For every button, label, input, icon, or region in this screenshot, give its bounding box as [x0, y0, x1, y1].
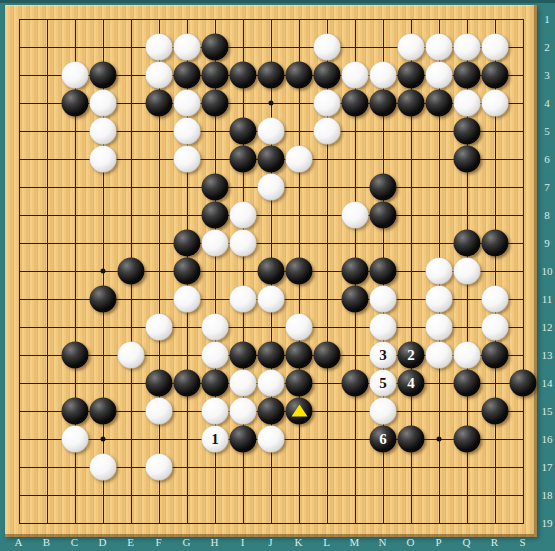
- col-label-R: R: [491, 536, 498, 548]
- stone-black-I16: [230, 426, 257, 453]
- stone-white-R4: [482, 90, 509, 117]
- stone-black-H2: [202, 34, 229, 61]
- stone-black-O3: [398, 62, 425, 89]
- stone-black-H7: [202, 174, 229, 201]
- move-number-5: 5: [370, 370, 397, 397]
- col-label-D: D: [99, 536, 107, 548]
- stone-black-D3: [90, 62, 117, 89]
- stone-white-I8: [230, 202, 257, 229]
- col-label-E: E: [127, 536, 134, 548]
- stone-black-R15: [482, 398, 509, 425]
- row-label-1: 1: [539, 13, 555, 25]
- stone-white-G11: [174, 286, 201, 313]
- stone-black-F4: [146, 90, 173, 117]
- move-number-2: 2: [398, 342, 425, 369]
- stone-black-C13: [62, 342, 89, 369]
- stone-white-C16: [62, 426, 89, 453]
- stone-white-R11: [482, 286, 509, 313]
- stone-white-I9: [230, 230, 257, 257]
- stone-white-Q2: [454, 34, 481, 61]
- row-label-8: 8: [539, 209, 555, 221]
- stone-black-G14: [174, 370, 201, 397]
- stone-black-K14: [286, 370, 313, 397]
- stone-black-D15: [90, 398, 117, 425]
- star-point-D10: [101, 269, 106, 274]
- stone-white-M3: [342, 62, 369, 89]
- stone-black-I6: [230, 146, 257, 173]
- stone-black-K13: [286, 342, 313, 369]
- move-number-6: 6: [370, 426, 397, 453]
- stone-white-G4: [174, 90, 201, 117]
- col-label-L: L: [323, 536, 330, 548]
- stone-black-M4: [342, 90, 369, 117]
- triangle-marker: [291, 404, 307, 416]
- move-number-3: 3: [370, 342, 397, 369]
- stone-black-N8: [370, 202, 397, 229]
- col-label-P: P: [435, 536, 441, 548]
- stone-white-N3: [370, 62, 397, 89]
- stone-black-M11: [342, 286, 369, 313]
- stone-black-R3: [482, 62, 509, 89]
- col-label-Q: Q: [463, 536, 471, 548]
- col-label-K: K: [295, 536, 303, 548]
- row-label-14: 14: [539, 377, 555, 389]
- stone-white-C3: [62, 62, 89, 89]
- row-label-3: 3: [539, 69, 555, 81]
- stone-white-M8: [342, 202, 369, 229]
- stone-white-J14: [258, 370, 285, 397]
- stone-black-N10: [370, 258, 397, 285]
- col-label-O: O: [407, 536, 415, 548]
- col-label-A: A: [15, 536, 23, 548]
- stone-white-H16: 1: [202, 426, 229, 453]
- stone-white-K12: [286, 314, 313, 341]
- stone-white-G6: [174, 146, 201, 173]
- stone-white-I14: [230, 370, 257, 397]
- stone-white-I15: [230, 398, 257, 425]
- stone-white-N11: [370, 286, 397, 313]
- stone-white-L5: [314, 118, 341, 145]
- stone-black-J10: [258, 258, 285, 285]
- stone-black-R9: [482, 230, 509, 257]
- stone-black-I13: [230, 342, 257, 369]
- col-label-S: S: [519, 536, 525, 548]
- stone-black-R13: [482, 342, 509, 369]
- stone-black-D11: [90, 286, 117, 313]
- row-label-4: 4: [539, 97, 555, 109]
- star-point-D16: [101, 437, 106, 442]
- stone-white-F17: [146, 454, 173, 481]
- stone-white-P2: [426, 34, 453, 61]
- grid-line-h-18: [19, 495, 524, 496]
- stone-black-O16: [398, 426, 425, 453]
- col-label-I: I: [241, 536, 245, 548]
- stone-black-S14: [510, 370, 537, 397]
- col-label-C: C: [71, 536, 78, 548]
- stone-white-R12: [482, 314, 509, 341]
- stone-white-K6: [286, 146, 313, 173]
- stone-black-I5: [230, 118, 257, 145]
- stone-white-P13: [426, 342, 453, 369]
- stone-black-O14: 4: [398, 370, 425, 397]
- col-label-N: N: [379, 536, 387, 548]
- stone-white-F15: [146, 398, 173, 425]
- row-label-17: 17: [539, 461, 555, 473]
- row-label-16: 16: [539, 433, 555, 445]
- stone-black-Q9: [454, 230, 481, 257]
- go-game-window: 325416 ABCDEFGHIJKLMNOPQRS12345678910111…: [0, 0, 555, 551]
- row-label-2: 2: [539, 41, 555, 53]
- stone-black-K10: [286, 258, 313, 285]
- stone-black-O4: [398, 90, 425, 117]
- stone-white-D5: [90, 118, 117, 145]
- stone-black-Q16: [454, 426, 481, 453]
- stone-white-N13: 3: [370, 342, 397, 369]
- stone-white-H9: [202, 230, 229, 257]
- stone-white-D17: [90, 454, 117, 481]
- stone-white-Q4: [454, 90, 481, 117]
- stone-white-E13: [118, 342, 145, 369]
- stone-white-P3: [426, 62, 453, 89]
- stone-black-H4: [202, 90, 229, 117]
- stone-white-N14: 5: [370, 370, 397, 397]
- col-label-M: M: [350, 536, 360, 548]
- stone-black-J15: [258, 398, 285, 425]
- stone-white-Q10: [454, 258, 481, 285]
- stone-white-P12: [426, 314, 453, 341]
- stone-white-P10: [426, 258, 453, 285]
- stone-white-Q13: [454, 342, 481, 369]
- stone-black-H8: [202, 202, 229, 229]
- stone-black-Q3: [454, 62, 481, 89]
- stone-black-N16: 6: [370, 426, 397, 453]
- grid-line-h-19: [19, 523, 524, 524]
- move-number-4: 4: [398, 370, 425, 397]
- col-label-J: J: [268, 536, 272, 548]
- row-label-13: 13: [539, 349, 555, 361]
- stone-white-D4: [90, 90, 117, 117]
- stone-white-G2: [174, 34, 201, 61]
- stone-black-N7: [370, 174, 397, 201]
- grid-line-v-S: [523, 19, 524, 524]
- stone-black-G9: [174, 230, 201, 257]
- star-point-J4: [269, 101, 274, 106]
- stone-black-H3: [202, 62, 229, 89]
- stone-white-J7: [258, 174, 285, 201]
- stone-black-O13: 2: [398, 342, 425, 369]
- stone-white-N12: [370, 314, 397, 341]
- stone-black-J3: [258, 62, 285, 89]
- stone-black-M14: [342, 370, 369, 397]
- stone-white-H12: [202, 314, 229, 341]
- stone-white-D6: [90, 146, 117, 173]
- stone-white-O2: [398, 34, 425, 61]
- stone-white-J5: [258, 118, 285, 145]
- stone-white-F2: [146, 34, 173, 61]
- stone-black-Q5: [454, 118, 481, 145]
- stone-white-J16: [258, 426, 285, 453]
- star-point-P16: [437, 437, 442, 442]
- stone-white-L4: [314, 90, 341, 117]
- stone-white-I11: [230, 286, 257, 313]
- col-label-G: G: [183, 536, 191, 548]
- row-label-18: 18: [539, 489, 555, 501]
- stone-black-J6: [258, 146, 285, 173]
- row-label-9: 9: [539, 237, 555, 249]
- move-number-1: 1: [202, 426, 229, 453]
- stone-black-G3: [174, 62, 201, 89]
- stone-black-J13: [258, 342, 285, 369]
- stone-black-L3: [314, 62, 341, 89]
- stone-black-L13: [314, 342, 341, 369]
- stone-white-F3: [146, 62, 173, 89]
- row-label-11: 11: [539, 293, 555, 305]
- row-label-19: 19: [539, 517, 555, 529]
- stone-black-M10: [342, 258, 369, 285]
- stone-black-Q6: [454, 146, 481, 173]
- stone-black-G10: [174, 258, 201, 285]
- row-label-12: 12: [539, 321, 555, 333]
- row-label-6: 6: [539, 153, 555, 165]
- stone-black-I3: [230, 62, 257, 89]
- stone-white-P11: [426, 286, 453, 313]
- goban[interactable]: 325416: [5, 5, 537, 537]
- stone-white-L2: [314, 34, 341, 61]
- stone-black-N4: [370, 90, 397, 117]
- stone-white-R2: [482, 34, 509, 61]
- stone-black-K3: [286, 62, 313, 89]
- col-label-H: H: [211, 536, 219, 548]
- row-label-5: 5: [539, 125, 555, 137]
- stone-white-N15: [370, 398, 397, 425]
- stone-black-E10: [118, 258, 145, 285]
- stone-black-C4: [62, 90, 89, 117]
- stone-white-H15: [202, 398, 229, 425]
- stone-white-F12: [146, 314, 173, 341]
- stone-black-Q14: [454, 370, 481, 397]
- stone-black-F14: [146, 370, 173, 397]
- row-label-15: 15: [539, 405, 555, 417]
- stone-black-K15: [286, 398, 313, 425]
- stone-white-J11: [258, 286, 285, 313]
- stone-black-C15: [62, 398, 89, 425]
- stone-white-G5: [174, 118, 201, 145]
- col-label-B: B: [43, 536, 50, 548]
- col-label-F: F: [155, 536, 161, 548]
- stone-black-H14: [202, 370, 229, 397]
- row-label-10: 10: [539, 265, 555, 277]
- row-label-7: 7: [539, 181, 555, 193]
- stone-white-H13: [202, 342, 229, 369]
- stone-black-P4: [426, 90, 453, 117]
